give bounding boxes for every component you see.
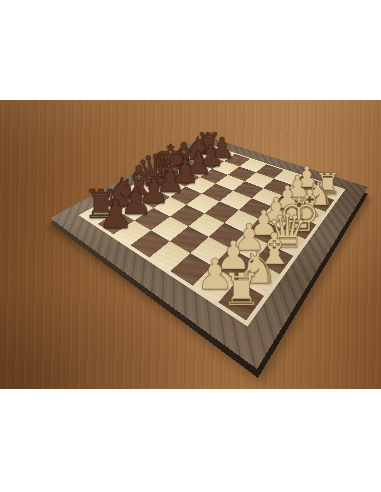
pieces-layer: ♜♟♞♟♝♟♚♟♛♟♟♝♜♟♟♞♞♟♟♜♝♟♟♚♟♛♟♝♟♞♟♜ bbox=[0, 100, 381, 389]
page-background: ♜♟♞♟♝♟♚♟♛♟♟♝♜♟♟♞♞♟♟♜♝♟♟♚♟♛♟♝♟♞♟♜ bbox=[0, 0, 381, 492]
piece-black-pawn: ♟ bbox=[98, 195, 133, 234]
piece-white-rook: ♜ bbox=[221, 268, 261, 313]
white-rook-icon: ♜ bbox=[221, 268, 261, 313]
chess-set-photo: ♜♟♞♟♝♟♚♟♛♟♟♝♜♟♟♞♞♟♟♜♝♟♟♚♟♛♟♝♟♞♟♜ bbox=[0, 100, 381, 389]
black-pawn-icon: ♟ bbox=[98, 195, 133, 234]
